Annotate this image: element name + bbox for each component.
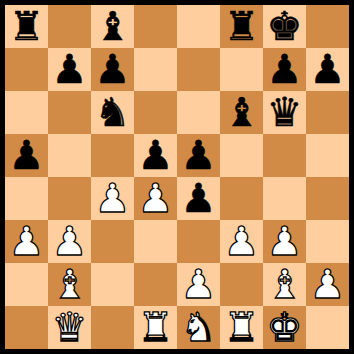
square-e1[interactable]: ♞ — [177, 306, 220, 349]
white-rook[interactable]: ♜ — [224, 307, 260, 347]
square-h3[interactable] — [306, 220, 349, 263]
chess-board: ♜♝♜♚♟♟♟♟♞♝♛♟♟♟♟♟♟♟♟♟♟♝♟♝♟♛♜♞♜♚ — [5, 5, 349, 349]
square-a2[interactable] — [5, 263, 48, 306]
square-e5[interactable]: ♟ — [177, 134, 220, 177]
square-c4[interactable]: ♟ — [91, 177, 134, 220]
square-a1[interactable] — [5, 306, 48, 349]
square-h6[interactable] — [306, 91, 349, 134]
black-rook[interactable]: ♜ — [9, 6, 45, 46]
square-b2[interactable]: ♝ — [48, 263, 91, 306]
square-b4[interactable] — [48, 177, 91, 220]
black-pawn[interactable]: ♟ — [9, 135, 45, 175]
white-pawn[interactable]: ♟ — [224, 221, 260, 261]
chess-board-frame: ♜♝♜♚♟♟♟♟♞♝♛♟♟♟♟♟♟♟♟♟♟♝♟♝♟♛♜♞♜♚ — [0, 0, 354, 354]
square-e7[interactable] — [177, 48, 220, 91]
white-pawn[interactable]: ♟ — [310, 264, 346, 304]
black-pawn[interactable]: ♟ — [138, 135, 174, 175]
square-d6[interactable] — [134, 91, 177, 134]
square-d5[interactable]: ♟ — [134, 134, 177, 177]
square-d4[interactable]: ♟ — [134, 177, 177, 220]
white-king[interactable]: ♚ — [267, 307, 303, 347]
square-c2[interactable] — [91, 263, 134, 306]
square-b6[interactable] — [48, 91, 91, 134]
black-pawn[interactable]: ♟ — [310, 49, 346, 89]
square-d8[interactable] — [134, 5, 177, 48]
black-bishop[interactable]: ♝ — [95, 6, 131, 46]
white-bishop[interactable]: ♝ — [52, 264, 88, 304]
square-f7[interactable] — [220, 48, 263, 91]
square-g3[interactable]: ♟ — [263, 220, 306, 263]
square-a7[interactable] — [5, 48, 48, 91]
white-bishop[interactable]: ♝ — [267, 264, 303, 304]
white-pawn[interactable]: ♟ — [181, 264, 217, 304]
square-e4[interactable]: ♟ — [177, 177, 220, 220]
white-pawn[interactable]: ♟ — [138, 178, 174, 218]
black-bishop[interactable]: ♝ — [224, 92, 260, 132]
square-c3[interactable] — [91, 220, 134, 263]
black-pawn[interactable]: ♟ — [181, 135, 217, 175]
square-g2[interactable]: ♝ — [263, 263, 306, 306]
white-pawn[interactable]: ♟ — [95, 178, 131, 218]
white-pawn[interactable]: ♟ — [52, 221, 88, 261]
square-f2[interactable] — [220, 263, 263, 306]
black-pawn[interactable]: ♟ — [181, 178, 217, 218]
square-a3[interactable]: ♟ — [5, 220, 48, 263]
square-g8[interactable]: ♚ — [263, 5, 306, 48]
white-pawn[interactable]: ♟ — [267, 221, 303, 261]
square-e3[interactable] — [177, 220, 220, 263]
square-e2[interactable]: ♟ — [177, 263, 220, 306]
square-d3[interactable] — [134, 220, 177, 263]
black-queen[interactable]: ♛ — [267, 92, 303, 132]
square-h4[interactable] — [306, 177, 349, 220]
square-h8[interactable] — [306, 5, 349, 48]
square-a5[interactable]: ♟ — [5, 134, 48, 177]
square-a6[interactable] — [5, 91, 48, 134]
black-king[interactable]: ♚ — [267, 6, 303, 46]
square-h7[interactable]: ♟ — [306, 48, 349, 91]
black-rook[interactable]: ♜ — [224, 6, 260, 46]
black-pawn[interactable]: ♟ — [267, 49, 303, 89]
square-e8[interactable] — [177, 5, 220, 48]
square-b5[interactable] — [48, 134, 91, 177]
square-d7[interactable] — [134, 48, 177, 91]
square-f5[interactable] — [220, 134, 263, 177]
square-f6[interactable]: ♝ — [220, 91, 263, 134]
square-f3[interactable]: ♟ — [220, 220, 263, 263]
square-f8[interactable]: ♜ — [220, 5, 263, 48]
black-knight[interactable]: ♞ — [95, 92, 131, 132]
square-c8[interactable]: ♝ — [91, 5, 134, 48]
square-g7[interactable]: ♟ — [263, 48, 306, 91]
square-d2[interactable] — [134, 263, 177, 306]
square-c5[interactable] — [91, 134, 134, 177]
square-h1[interactable] — [306, 306, 349, 349]
square-g4[interactable] — [263, 177, 306, 220]
square-c7[interactable]: ♟ — [91, 48, 134, 91]
white-rook[interactable]: ♜ — [138, 307, 174, 347]
square-b7[interactable]: ♟ — [48, 48, 91, 91]
square-a8[interactable]: ♜ — [5, 5, 48, 48]
square-b3[interactable]: ♟ — [48, 220, 91, 263]
black-pawn[interactable]: ♟ — [52, 49, 88, 89]
white-pawn[interactable]: ♟ — [9, 221, 45, 261]
square-e6[interactable] — [177, 91, 220, 134]
square-g1[interactable]: ♚ — [263, 306, 306, 349]
square-d1[interactable]: ♜ — [134, 306, 177, 349]
black-pawn[interactable]: ♟ — [95, 49, 131, 89]
square-h5[interactable] — [306, 134, 349, 177]
square-f1[interactable]: ♜ — [220, 306, 263, 349]
white-knight[interactable]: ♞ — [181, 307, 217, 347]
square-b8[interactable] — [48, 5, 91, 48]
square-c1[interactable] — [91, 306, 134, 349]
square-h2[interactable]: ♟ — [306, 263, 349, 306]
square-b1[interactable]: ♛ — [48, 306, 91, 349]
white-queen[interactable]: ♛ — [52, 307, 88, 347]
square-a4[interactable] — [5, 177, 48, 220]
square-g6[interactable]: ♛ — [263, 91, 306, 134]
square-f4[interactable] — [220, 177, 263, 220]
square-c6[interactable]: ♞ — [91, 91, 134, 134]
square-g5[interactable] — [263, 134, 306, 177]
